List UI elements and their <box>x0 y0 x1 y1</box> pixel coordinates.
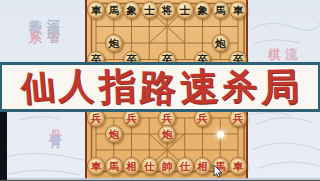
red-piece-車[interactable]: 車 <box>87 157 105 175</box>
banner-character: 速 <box>179 61 220 114</box>
black-piece-炮[interactable]: 炮 <box>212 34 230 52</box>
black-piece-馬[interactable]: 馬 <box>105 1 123 19</box>
title-banner: 仙人指路速杀局 <box>0 62 320 112</box>
black-piece-将[interactable]: 将 <box>158 1 176 19</box>
black-piece-炮[interactable]: 炮 <box>105 34 123 52</box>
red-piece-炮[interactable]: 炮 <box>158 125 176 143</box>
watermark-left-column-1: 带你系 <box>26 9 44 24</box>
banner-title-text: 仙人指路速杀局 <box>19 62 301 113</box>
black-piece-車[interactable]: 車 <box>87 1 105 19</box>
black-piece-士[interactable]: 士 <box>141 1 159 19</box>
red-piece-相[interactable]: 相 <box>123 157 141 175</box>
black-piece-象[interactable]: 象 <box>123 1 141 19</box>
black-piece-士[interactable]: 士 <box>176 1 194 19</box>
last-move-origin-dot <box>217 131 224 138</box>
watermark-character: 青 <box>46 124 64 129</box>
red-piece-仕[interactable]: 仕 <box>176 157 194 175</box>
banner-character: 仙 <box>19 64 57 113</box>
watermark-character: 系 <box>26 19 44 24</box>
banner-character: 杀 <box>221 62 258 110</box>
red-piece-馬[interactable]: 馬 <box>105 157 123 175</box>
banner-character: 路 <box>139 63 178 114</box>
watermark-character: 省 <box>44 19 62 24</box>
banner-character: 人 <box>58 61 97 112</box>
banner-character: 局 <box>261 61 300 113</box>
watermark-left-column-2: 河南省 <box>44 9 62 24</box>
mouse-cursor-icon <box>213 164 225 179</box>
bottom-edge-strip <box>0 178 320 181</box>
banner-character: 指 <box>98 61 137 112</box>
black-piece-象[interactable]: 象 <box>194 1 212 19</box>
red-piece-帥[interactable]: 帥 <box>158 157 176 175</box>
left-edge-black-bar <box>0 112 7 180</box>
video-frame: 带你系 河南省 丹青 棋流 車馬象士将士象馬車炮炮卒卒卒卒卒兵兵兵兵兵炮炮車馬相… <box>0 0 320 180</box>
watermark-left-column-3: 丹青 <box>46 119 64 129</box>
red-piece-仕[interactable]: 仕 <box>141 157 159 175</box>
black-piece-車[interactable]: 車 <box>229 1 247 19</box>
red-piece-相[interactable]: 相 <box>194 157 212 175</box>
red-piece-炮[interactable]: 炮 <box>105 125 123 143</box>
red-piece-車[interactable]: 車 <box>229 157 247 175</box>
black-piece-馬[interactable]: 馬 <box>212 1 230 19</box>
